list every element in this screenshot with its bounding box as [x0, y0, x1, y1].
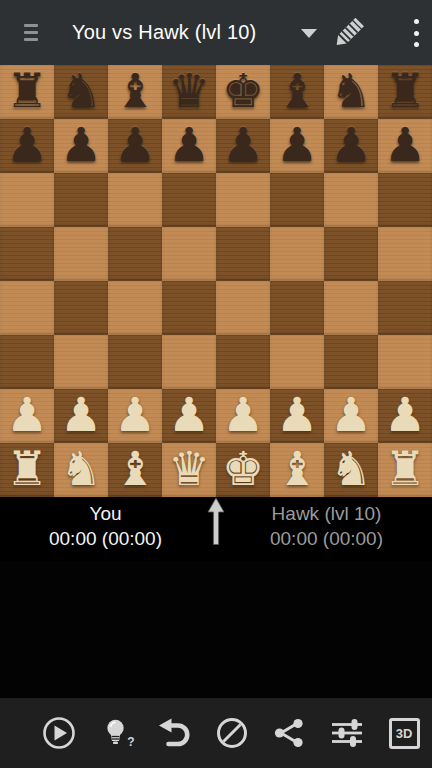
square-b5[interactable]	[54, 227, 108, 281]
square-g7[interactable]: ♟	[324, 119, 378, 173]
square-a2[interactable]: ♟	[0, 389, 54, 443]
sliders-icon	[328, 714, 366, 752]
piece-black-knight: ♞	[60, 64, 102, 118]
piece-white-rook: ♜	[384, 442, 426, 496]
piece-white-pawn: ♟	[330, 388, 372, 442]
square-g8[interactable]: ♞	[324, 65, 378, 119]
piece-black-pawn: ♟	[114, 118, 156, 172]
square-a4[interactable]	[0, 281, 54, 335]
square-c8[interactable]: ♝	[108, 65, 162, 119]
piece-black-pawn: ♟	[330, 118, 372, 172]
square-e5[interactable]	[216, 227, 270, 281]
square-c4[interactable]	[108, 281, 162, 335]
share-icon	[271, 715, 307, 751]
square-e1[interactable]: ♚	[216, 443, 270, 497]
square-f4[interactable]	[270, 281, 324, 335]
piece-white-pawn: ♟	[114, 388, 156, 442]
square-f7[interactable]: ♟	[270, 119, 324, 173]
bottom-toolbar: ?	[0, 698, 432, 768]
caret-down-icon[interactable]	[301, 29, 317, 38]
cancel-button[interactable]	[212, 711, 252, 755]
block-icon	[214, 715, 250, 751]
square-e8[interactable]: ♚	[216, 65, 270, 119]
square-a7[interactable]: ♟	[0, 119, 54, 173]
hamburger-menu-icon[interactable]	[24, 24, 38, 41]
background-spacer	[0, 561, 432, 698]
piece-black-knight: ♞	[330, 64, 372, 118]
square-d3[interactable]	[162, 335, 216, 389]
piece-black-rook: ♜	[6, 64, 48, 118]
clock-area: You 00:00 (00:00) Hawk (lvl 10) 00:00 (0…	[0, 497, 432, 561]
square-c2[interactable]: ♟	[108, 389, 162, 443]
overflow-menu-icon[interactable]	[407, 19, 425, 47]
square-h4[interactable]	[378, 281, 432, 335]
piece-white-pawn: ♟	[276, 388, 318, 442]
square-f6[interactable]	[270, 173, 324, 227]
piece-white-queen: ♛	[168, 442, 210, 496]
piece-white-bishop: ♝	[276, 442, 318, 496]
square-d4[interactable]	[162, 281, 216, 335]
square-g6[interactable]	[324, 173, 378, 227]
square-e2[interactable]: ♟	[216, 389, 270, 443]
square-c7[interactable]: ♟	[108, 119, 162, 173]
square-g2[interactable]: ♟	[324, 389, 378, 443]
undo-arrow-icon	[155, 715, 193, 751]
square-a5[interactable]	[0, 227, 54, 281]
piece-black-queen: ♛	[168, 64, 210, 118]
square-f1[interactable]: ♝	[270, 443, 324, 497]
piece-white-pawn: ♟	[384, 388, 426, 442]
undo-button[interactable]	[154, 711, 194, 755]
app-bar: You vs Hawk (lvl 10)	[0, 0, 432, 65]
square-a6[interactable]	[0, 173, 54, 227]
square-g4[interactable]	[324, 281, 378, 335]
square-b7[interactable]: ♟	[54, 119, 108, 173]
3d-icon: 3D	[389, 718, 420, 749]
square-d8[interactable]: ♛	[162, 65, 216, 119]
player-white-block: You 00:00 (00:00)	[0, 501, 211, 551]
piece-black-pawn: ♟	[384, 118, 426, 172]
square-f3[interactable]	[270, 335, 324, 389]
player-black-block: Hawk (lvl 10) 00:00 (00:00)	[221, 501, 432, 551]
square-h1[interactable]: ♜	[378, 443, 432, 497]
app-screen: You vs Hawk (lvl 10) ♜♞♝♛♚♝♞♜♟♟♟♟♟♟♟♟♟♟♟…	[0, 0, 432, 768]
square-b4[interactable]	[54, 281, 108, 335]
square-c3[interactable]	[108, 335, 162, 389]
square-h5[interactable]	[378, 227, 432, 281]
square-f2[interactable]: ♟	[270, 389, 324, 443]
square-d1[interactable]: ♛	[162, 443, 216, 497]
play-button[interactable]	[39, 711, 79, 755]
square-g3[interactable]	[324, 335, 378, 389]
piece-black-pawn: ♟	[168, 118, 210, 172]
piece-black-bishop: ♝	[114, 64, 156, 118]
piece-white-king: ♚	[222, 442, 264, 496]
hint-button[interactable]: ?	[97, 711, 137, 755]
square-h8[interactable]: ♜	[378, 65, 432, 119]
piece-white-knight: ♞	[330, 442, 372, 496]
square-d2[interactable]: ♟	[162, 389, 216, 443]
play-icon	[41, 715, 77, 751]
player-white-name: You	[0, 501, 211, 526]
piece-black-pawn: ♟	[60, 118, 102, 172]
piece-black-king: ♚	[222, 64, 264, 118]
player-black-clock: 00:00 (00:00)	[221, 526, 432, 551]
piece-black-pawn: ♟	[276, 118, 318, 172]
piece-white-bishop: ♝	[114, 442, 156, 496]
square-h7[interactable]: ♟	[378, 119, 432, 173]
square-f5[interactable]	[270, 227, 324, 281]
square-f8[interactable]: ♝	[270, 65, 324, 119]
game-title[interactable]: You vs Hawk (lvl 10)	[72, 0, 256, 65]
piece-white-rook: ♜	[6, 442, 48, 496]
piece-white-pawn: ♟	[6, 388, 48, 442]
square-c6[interactable]	[108, 173, 162, 227]
square-c5[interactable]	[108, 227, 162, 281]
square-h3[interactable]	[378, 335, 432, 389]
piece-white-pawn: ♟	[168, 388, 210, 442]
square-b6[interactable]	[54, 173, 108, 227]
chess-board: ♜♞♝♛♚♝♞♜♟♟♟♟♟♟♟♟♟♟♟♟♟♟♟♟♜♞♝♛♚♝♞♜	[0, 65, 432, 497]
square-e7[interactable]: ♟	[216, 119, 270, 173]
square-d5[interactable]	[162, 227, 216, 281]
square-a1[interactable]: ♜	[0, 443, 54, 497]
piece-black-pawn: ♟	[6, 118, 48, 172]
square-e3[interactable]	[216, 335, 270, 389]
square-h6[interactable]	[378, 173, 432, 227]
hint-question-badge: ?	[127, 735, 134, 749]
piece-black-bishop: ♝	[276, 64, 318, 118]
square-b1[interactable]: ♞	[54, 443, 108, 497]
piece-black-pawn: ♟	[222, 118, 264, 172]
piece-white-knight: ♞	[60, 442, 102, 496]
player-white-clock: 00:00 (00:00)	[0, 526, 211, 551]
square-g5[interactable]	[324, 227, 378, 281]
view-3d-button[interactable]: 3D	[384, 711, 424, 755]
share-button[interactable]	[269, 711, 309, 755]
square-g1[interactable]: ♞	[324, 443, 378, 497]
square-d6[interactable]	[162, 173, 216, 227]
square-b3[interactable]	[54, 335, 108, 389]
player-black-name: Hawk (lvl 10)	[221, 501, 432, 526]
piece-black-rook: ♜	[384, 64, 426, 118]
settings-button[interactable]	[327, 711, 367, 755]
square-d7[interactable]: ♟	[162, 119, 216, 173]
square-a3[interactable]	[0, 335, 54, 389]
square-a8[interactable]: ♜	[0, 65, 54, 119]
square-c1[interactable]: ♝	[108, 443, 162, 497]
piece-white-pawn: ♟	[60, 388, 102, 442]
square-b8[interactable]: ♞	[54, 65, 108, 119]
square-h2[interactable]: ♟	[378, 389, 432, 443]
square-e6[interactable]	[216, 173, 270, 227]
square-b2[interactable]: ♟	[54, 389, 108, 443]
square-e4[interactable]	[216, 281, 270, 335]
piece-white-pawn: ♟	[222, 388, 264, 442]
edit-pencil-icon[interactable]	[329, 14, 367, 52]
